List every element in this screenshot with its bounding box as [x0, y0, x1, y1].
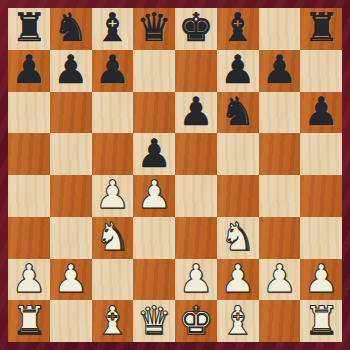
- square-c1[interactable]: ♝: [92, 300, 134, 342]
- square-e3[interactable]: [175, 217, 217, 259]
- square-c2[interactable]: [92, 259, 134, 301]
- white-bishop[interactable]: ♝: [95, 300, 130, 340]
- square-a5[interactable]: [8, 133, 50, 175]
- square-d5[interactable]: ♟: [133, 133, 175, 175]
- square-d4[interactable]: ♟: [133, 175, 175, 217]
- white-rook[interactable]: ♜: [11, 300, 46, 340]
- square-f7[interactable]: ♟: [217, 50, 259, 92]
- square-d6[interactable]: [133, 92, 175, 134]
- black-pawn[interactable]: ♟: [137, 133, 172, 173]
- square-c7[interactable]: ♟: [92, 50, 134, 92]
- square-b1[interactable]: [50, 300, 92, 342]
- board-frame: ♜♞♝♛♚♝♜♟♟♟♟♟♟♞♟♟♟♟♞♞♟♟♟♟♟♟♜♝♛♚♝♜: [0, 0, 350, 350]
- white-pawn[interactable]: ♟: [53, 259, 88, 299]
- square-g6[interactable]: [259, 92, 301, 134]
- white-pawn[interactable]: ♟: [178, 259, 213, 299]
- square-e1[interactable]: ♚: [175, 300, 217, 342]
- square-h7[interactable]: [300, 50, 342, 92]
- square-f1[interactable]: ♝: [217, 300, 259, 342]
- square-b2[interactable]: ♟: [50, 259, 92, 301]
- square-f6[interactable]: ♞: [217, 92, 259, 134]
- square-a2[interactable]: ♟: [8, 259, 50, 301]
- square-h5[interactable]: [300, 133, 342, 175]
- square-g5[interactable]: [259, 133, 301, 175]
- square-g8[interactable]: [259, 8, 301, 50]
- black-bishop[interactable]: ♝: [220, 8, 255, 48]
- square-e2[interactable]: ♟: [175, 259, 217, 301]
- square-a1[interactable]: ♜: [8, 300, 50, 342]
- white-pawn[interactable]: ♟: [95, 175, 130, 215]
- square-a8[interactable]: ♜: [8, 8, 50, 50]
- square-f2[interactable]: ♟: [217, 259, 259, 301]
- square-d3[interactable]: [133, 217, 175, 259]
- white-pawn[interactable]: ♟: [137, 175, 172, 215]
- square-f4[interactable]: [217, 175, 259, 217]
- square-f8[interactable]: ♝: [217, 8, 259, 50]
- black-pawn[interactable]: ♟: [220, 50, 255, 90]
- black-pawn[interactable]: ♟: [95, 50, 130, 90]
- black-pawn[interactable]: ♟: [304, 92, 339, 132]
- square-a6[interactable]: [8, 92, 50, 134]
- square-d8[interactable]: ♛: [133, 8, 175, 50]
- white-knight[interactable]: ♞: [220, 217, 255, 257]
- square-e4[interactable]: [175, 175, 217, 217]
- black-rook[interactable]: ♜: [11, 8, 46, 48]
- square-h3[interactable]: [300, 217, 342, 259]
- square-a7[interactable]: ♟: [8, 50, 50, 92]
- black-knight[interactable]: ♞: [53, 8, 88, 48]
- square-c3[interactable]: ♞: [92, 217, 134, 259]
- white-rook[interactable]: ♜: [304, 300, 339, 340]
- black-pawn[interactable]: ♟: [11, 50, 46, 90]
- white-king[interactable]: ♚: [178, 300, 213, 340]
- black-pawn[interactable]: ♟: [262, 50, 297, 90]
- square-b3[interactable]: [50, 217, 92, 259]
- square-f3[interactable]: ♞: [217, 217, 259, 259]
- square-h2[interactable]: ♟: [300, 259, 342, 301]
- square-b6[interactable]: [50, 92, 92, 134]
- square-g3[interactable]: [259, 217, 301, 259]
- black-queen[interactable]: ♛: [137, 8, 172, 48]
- square-d2[interactable]: [133, 259, 175, 301]
- white-pawn[interactable]: ♟: [220, 259, 255, 299]
- black-pawn[interactable]: ♟: [53, 50, 88, 90]
- square-b4[interactable]: [50, 175, 92, 217]
- square-c8[interactable]: ♝: [92, 8, 134, 50]
- square-g7[interactable]: ♟: [259, 50, 301, 92]
- square-e5[interactable]: [175, 133, 217, 175]
- square-g2[interactable]: ♟: [259, 259, 301, 301]
- black-bishop[interactable]: ♝: [95, 8, 130, 48]
- square-h6[interactable]: ♟: [300, 92, 342, 134]
- white-pawn[interactable]: ♟: [11, 259, 46, 299]
- black-rook[interactable]: ♜: [304, 8, 339, 48]
- square-d7[interactable]: [133, 50, 175, 92]
- white-pawn[interactable]: ♟: [304, 259, 339, 299]
- square-c5[interactable]: [92, 133, 134, 175]
- square-e7[interactable]: [175, 50, 217, 92]
- white-pawn[interactable]: ♟: [262, 259, 297, 299]
- square-b7[interactable]: ♟: [50, 50, 92, 92]
- square-d1[interactable]: ♛: [133, 300, 175, 342]
- square-f5[interactable]: [217, 133, 259, 175]
- square-b8[interactable]: ♞: [50, 8, 92, 50]
- square-h8[interactable]: ♜: [300, 8, 342, 50]
- white-queen[interactable]: ♛: [137, 300, 172, 340]
- square-h4[interactable]: [300, 175, 342, 217]
- chess-board: ♜♞♝♛♚♝♜♟♟♟♟♟♟♞♟♟♟♟♞♞♟♟♟♟♟♟♜♝♛♚♝♜: [8, 8, 342, 342]
- square-e6[interactable]: ♟: [175, 92, 217, 134]
- square-a4[interactable]: [8, 175, 50, 217]
- black-knight[interactable]: ♞: [220, 92, 255, 132]
- square-a3[interactable]: [8, 217, 50, 259]
- black-pawn[interactable]: ♟: [178, 92, 213, 132]
- square-g4[interactable]: [259, 175, 301, 217]
- white-bishop[interactable]: ♝: [220, 300, 255, 340]
- square-h1[interactable]: ♜: [300, 300, 342, 342]
- square-e8[interactable]: ♚: [175, 8, 217, 50]
- black-king[interactable]: ♚: [178, 8, 213, 48]
- square-g1[interactable]: [259, 300, 301, 342]
- square-c4[interactable]: ♟: [92, 175, 134, 217]
- square-c6[interactable]: [92, 92, 134, 134]
- white-knight[interactable]: ♞: [95, 217, 130, 257]
- square-b5[interactable]: [50, 133, 92, 175]
